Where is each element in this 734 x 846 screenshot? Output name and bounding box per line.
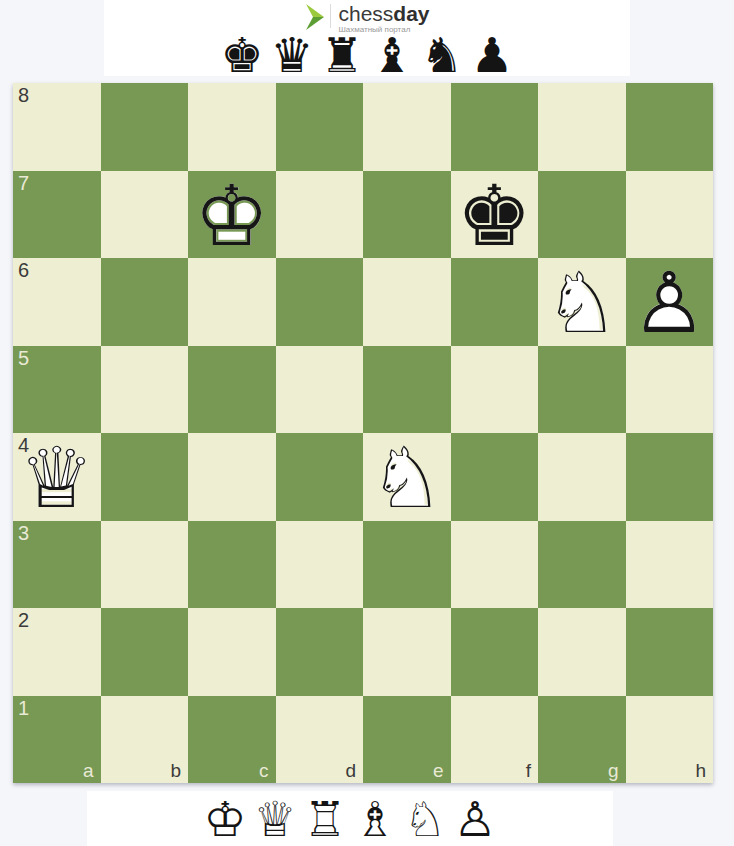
tray-piece: ♞ <box>421 32 464 78</box>
tray-piece: ♖ <box>303 794 346 844</box>
square-c7[interactable]: ♚♔ <box>188 171 276 259</box>
tray-piece: ♗ <box>354 794 397 844</box>
square-b4[interactable] <box>101 433 189 521</box>
piece-outline: ♘ <box>363 433 451 521</box>
file-label-f: f <box>526 761 531 781</box>
file-label-g: g <box>608 761 619 781</box>
square-g4[interactable] <box>538 433 626 521</box>
logo-title: chessday <box>338 3 429 24</box>
piece-outline: ♙ <box>626 258 714 346</box>
square-g6[interactable]: ♞♘ <box>538 258 626 346</box>
rank-label-7: 7 <box>18 172 29 194</box>
header: chessday Шахматный портал ♚♛♜♝♞♟ <box>104 0 630 76</box>
logo-row: chessday Шахматный портал <box>104 0 630 32</box>
square-g8[interactable] <box>538 83 626 171</box>
piece-wK-c7: ♚♔ <box>188 171 276 259</box>
square-b8[interactable] <box>101 83 189 171</box>
file-label-h: h <box>695 761 706 781</box>
square-f5[interactable] <box>451 346 539 434</box>
square-e4[interactable]: ♞♘ <box>363 433 451 521</box>
square-e7[interactable] <box>363 171 451 259</box>
piece-fill: ♚ <box>451 171 539 259</box>
square-c4[interactable] <box>188 433 276 521</box>
square-b7[interactable] <box>101 171 189 259</box>
logo-title-bold: day <box>393 2 429 25</box>
tray-piece: ♕ <box>253 794 296 844</box>
tray-piece: ♜ <box>320 32 363 78</box>
chessday-puzzle-page: chessday Шахматный портал ♚♛♜♝♞♟ 87♚♔♚6♞… <box>0 0 734 846</box>
square-d2[interactable] <box>276 608 364 696</box>
square-b1[interactable]: b <box>101 696 189 784</box>
square-h4[interactable] <box>626 433 714 521</box>
square-c6[interactable] <box>188 258 276 346</box>
logo-divider <box>330 4 331 28</box>
square-g1[interactable]: g <box>538 696 626 784</box>
square-d5[interactable] <box>276 346 364 434</box>
square-f7[interactable]: ♚ <box>451 171 539 259</box>
square-c2[interactable] <box>188 608 276 696</box>
square-g2[interactable] <box>538 608 626 696</box>
tray-piece: ♟ <box>471 32 514 78</box>
square-h2[interactable] <box>626 608 714 696</box>
square-h1[interactable]: h <box>626 696 714 784</box>
square-h8[interactable] <box>626 83 714 171</box>
square-e5[interactable] <box>363 346 451 434</box>
square-f8[interactable] <box>451 83 539 171</box>
square-e1[interactable]: e <box>363 696 451 784</box>
square-c1[interactable]: c <box>188 696 276 784</box>
file-label-b: b <box>170 761 181 781</box>
square-d8[interactable] <box>276 83 364 171</box>
rank-label-3: 3 <box>18 522 29 544</box>
rank-label-1: 1 <box>18 697 29 719</box>
square-f4[interactable] <box>451 433 539 521</box>
square-g7[interactable] <box>538 171 626 259</box>
square-c8[interactable] <box>188 83 276 171</box>
square-a7[interactable]: 7 <box>13 171 101 259</box>
file-label-a: a <box>83 761 94 781</box>
square-a4[interactable]: 4♛♕ <box>13 433 101 521</box>
square-a8[interactable]: 8 <box>13 83 101 171</box>
piece-bK-f7: ♚ <box>451 171 539 259</box>
file-label-d: d <box>345 761 356 781</box>
piece-wP-h6: ♟♙ <box>626 258 714 346</box>
square-f3[interactable] <box>451 521 539 609</box>
rank-label-2: 2 <box>18 609 29 631</box>
square-b5[interactable] <box>101 346 189 434</box>
square-b3[interactable] <box>101 521 189 609</box>
piece-wN-e4: ♞♘ <box>363 433 451 521</box>
square-a2[interactable]: 2 <box>13 608 101 696</box>
square-b2[interactable] <box>101 608 189 696</box>
square-a5[interactable]: 5 <box>13 346 101 434</box>
square-e6[interactable] <box>363 258 451 346</box>
footer: ♔♕♖♗♘♙ <box>87 791 613 846</box>
chess-board: 87♚♔♚6♞♘♟♙54♛♕♞♘321abcdefgh <box>13 83 713 783</box>
tray-piece: ♘ <box>404 794 447 844</box>
square-g5[interactable] <box>538 346 626 434</box>
square-h6[interactable]: ♟♙ <box>626 258 714 346</box>
square-b6[interactable] <box>101 258 189 346</box>
logo-title-regular: chess <box>338 2 393 25</box>
square-d6[interactable] <box>276 258 364 346</box>
square-a1[interactable]: 1a <box>13 696 101 784</box>
piece-outline: ♘ <box>538 258 626 346</box>
piece-wQ-a4: ♛♕ <box>13 433 101 521</box>
square-e3[interactable] <box>363 521 451 609</box>
black-pieces-tray: ♚♛♜♝♞♟ <box>104 32 630 78</box>
square-d7[interactable] <box>276 171 364 259</box>
file-label-e: e <box>433 761 444 781</box>
square-h7[interactable] <box>626 171 714 259</box>
square-d3[interactable] <box>276 521 364 609</box>
square-d4[interactable] <box>276 433 364 521</box>
rank-label-6: 6 <box>18 259 29 281</box>
square-e8[interactable] <box>363 83 451 171</box>
rank-label-8: 8 <box>18 84 29 106</box>
square-d1[interactable]: d <box>276 696 364 784</box>
square-f1[interactable]: f <box>451 696 539 784</box>
white-pieces-tray: ♔♕♖♗♘♙ <box>87 791 613 846</box>
tray-piece: ♛ <box>270 32 313 78</box>
square-h5[interactable] <box>626 346 714 434</box>
tray-piece: ♔ <box>203 794 246 844</box>
square-f6[interactable] <box>451 258 539 346</box>
piece-outline: ♕ <box>13 433 101 521</box>
tray-piece: ♙ <box>454 794 497 844</box>
square-f2[interactable] <box>451 608 539 696</box>
square-c3[interactable] <box>188 521 276 609</box>
square-g3[interactable] <box>538 521 626 609</box>
square-h3[interactable] <box>626 521 714 609</box>
square-a3[interactable]: 3 <box>13 521 101 609</box>
file-label-c: c <box>259 761 269 781</box>
tray-piece: ♝ <box>371 32 414 78</box>
piece-wN-g6: ♞♘ <box>538 258 626 346</box>
piece-outline: ♔ <box>188 171 276 259</box>
square-e2[interactable] <box>363 608 451 696</box>
rank-label-5: 5 <box>18 347 29 369</box>
square-c5[interactable] <box>188 346 276 434</box>
square-a6[interactable]: 6 <box>13 258 101 346</box>
tray-piece: ♚ <box>220 32 263 78</box>
